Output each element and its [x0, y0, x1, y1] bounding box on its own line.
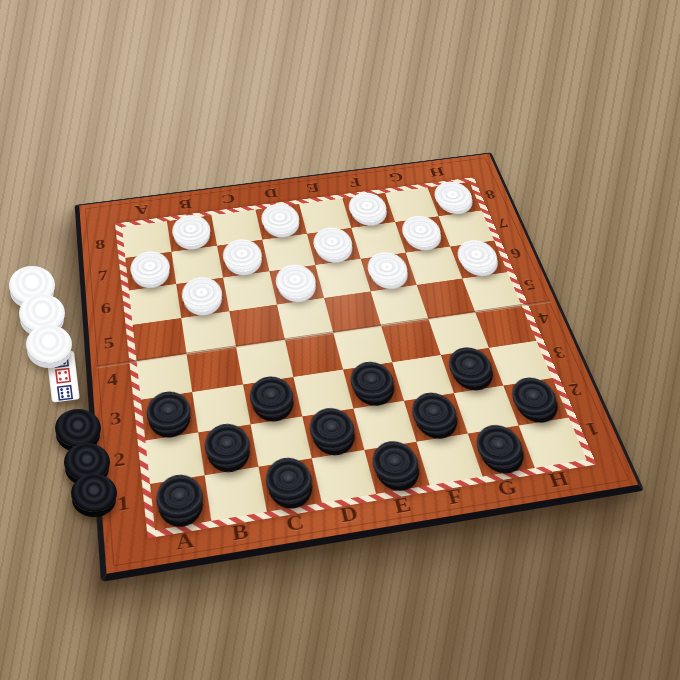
square-c1[interactable] — [259, 458, 322, 512]
rank-label-left-4: 4 — [93, 359, 132, 402]
spare-white-piece-3[interactable] — [26, 325, 72, 363]
spare-black-piece-3[interactable] — [71, 474, 117, 512]
piece-white-b8[interactable] — [170, 213, 213, 249]
checkers-board: ABCDEFGH ABCDEFGH 87654321 87654321 — [75, 152, 645, 582]
playing-grid — [122, 182, 587, 530]
striped-inner-border — [115, 177, 596, 538]
piece-white-h8[interactable] — [430, 180, 477, 214]
photo-scene: ABCDEFGH ABCDEFGH 87654321 87654321 ⚅⚃⚅ — [0, 0, 680, 680]
spare-black-piece-1[interactable] — [55, 409, 101, 447]
square-a1[interactable] — [150, 475, 211, 530]
piece-white-f8[interactable] — [345, 190, 391, 224]
rank-label-left-5: 5 — [90, 324, 128, 364]
board-frame: ABCDEFGH ABCDEFGH 87654321 87654321 — [75, 152, 645, 582]
rank-label-left-6: 6 — [88, 290, 125, 328]
square-b1[interactable] — [205, 467, 267, 521]
rank-label-left-8: 8 — [83, 228, 118, 263]
rank-label-left-7: 7 — [85, 258, 121, 294]
rank-label-left-3: 3 — [96, 396, 136, 441]
die-face-6: ⚅ — [51, 383, 79, 402]
piece-white-d8[interactable] — [258, 202, 302, 237]
